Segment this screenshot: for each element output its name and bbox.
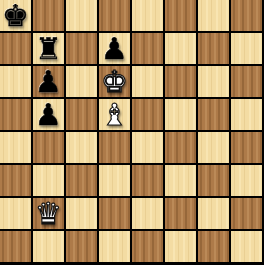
piece-white-king[interactable]: ♚: [101, 66, 128, 97]
square-h6[interactable]: [231, 66, 264, 99]
square-e6[interactable]: [132, 66, 165, 99]
square-h4[interactable]: [231, 132, 264, 165]
square-b6[interactable]: ♟: [33, 66, 66, 99]
square-d6[interactable]: ♚: [99, 66, 132, 99]
square-e1[interactable]: [132, 231, 165, 264]
square-f3[interactable]: [165, 165, 198, 198]
piece-white-bishop[interactable]: ♝: [101, 99, 128, 130]
square-b2[interactable]: ♛: [33, 198, 66, 231]
square-b3[interactable]: [33, 165, 66, 198]
square-d8[interactable]: [99, 0, 132, 33]
square-e8[interactable]: [132, 0, 165, 33]
square-d7[interactable]: ♟: [99, 33, 132, 66]
square-h2[interactable]: [231, 198, 264, 231]
square-g6[interactable]: [198, 66, 231, 99]
square-g8[interactable]: [198, 0, 231, 33]
square-b7[interactable]: ♜: [33, 33, 66, 66]
chess-board-screenshot: ♚♜♟♟♚♟♝♛: [0, 0, 264, 265]
piece-black-pawn[interactable]: ♟: [35, 66, 62, 97]
square-e4[interactable]: [132, 132, 165, 165]
square-c2[interactable]: [66, 198, 99, 231]
square-e2[interactable]: [132, 198, 165, 231]
square-a4[interactable]: [0, 132, 33, 165]
square-g7[interactable]: [198, 33, 231, 66]
square-a8[interactable]: ♚: [0, 0, 33, 33]
chess-board: ♚♜♟♟♚♟♝♛: [0, 0, 264, 264]
square-h5[interactable]: [231, 99, 264, 132]
square-d1[interactable]: [99, 231, 132, 264]
piece-black-king[interactable]: ♚: [2, 0, 29, 31]
piece-black-pawn[interactable]: ♟: [35, 99, 62, 130]
square-f2[interactable]: [165, 198, 198, 231]
square-e7[interactable]: [132, 33, 165, 66]
square-g4[interactable]: [198, 132, 231, 165]
square-c3[interactable]: [66, 165, 99, 198]
square-d5[interactable]: ♝: [99, 99, 132, 132]
square-a5[interactable]: [0, 99, 33, 132]
square-e5[interactable]: [132, 99, 165, 132]
square-f8[interactable]: [165, 0, 198, 33]
square-f7[interactable]: [165, 33, 198, 66]
square-a2[interactable]: [0, 198, 33, 231]
square-a1[interactable]: [0, 231, 33, 264]
square-c6[interactable]: [66, 66, 99, 99]
square-b8[interactable]: [33, 0, 66, 33]
square-c4[interactable]: [66, 132, 99, 165]
square-d3[interactable]: [99, 165, 132, 198]
piece-black-pawn[interactable]: ♟: [101, 33, 128, 64]
square-f5[interactable]: [165, 99, 198, 132]
square-b4[interactable]: [33, 132, 66, 165]
square-a7[interactable]: [0, 33, 33, 66]
square-f1[interactable]: [165, 231, 198, 264]
square-h3[interactable]: [231, 165, 264, 198]
square-d4[interactable]: [99, 132, 132, 165]
square-a3[interactable]: [0, 165, 33, 198]
square-c1[interactable]: [66, 231, 99, 264]
square-f4[interactable]: [165, 132, 198, 165]
piece-white-queen[interactable]: ♛: [35, 198, 62, 229]
square-g5[interactable]: [198, 99, 231, 132]
square-f6[interactable]: [165, 66, 198, 99]
piece-black-rook[interactable]: ♜: [35, 33, 62, 64]
square-g3[interactable]: [198, 165, 231, 198]
square-a6[interactable]: [0, 66, 33, 99]
square-h7[interactable]: [231, 33, 264, 66]
square-b1[interactable]: [33, 231, 66, 264]
square-c5[interactable]: [66, 99, 99, 132]
square-e3[interactable]: [132, 165, 165, 198]
square-b5[interactable]: ♟: [33, 99, 66, 132]
square-h8[interactable]: [231, 0, 264, 33]
square-h1[interactable]: [231, 231, 264, 264]
square-g1[interactable]: [198, 231, 231, 264]
square-d2[interactable]: [99, 198, 132, 231]
square-c7[interactable]: [66, 33, 99, 66]
square-c8[interactable]: [66, 0, 99, 33]
square-g2[interactable]: [198, 198, 231, 231]
